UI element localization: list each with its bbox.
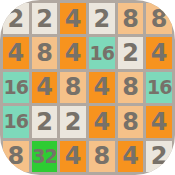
tile: 16 xyxy=(146,72,172,103)
tile: 4 xyxy=(60,37,86,68)
tile: 16 xyxy=(89,37,115,68)
tile: 8 xyxy=(146,3,172,34)
app-icon-2048[interactable]: 22428848416241648481616224848324842 xyxy=(0,0,175,175)
tile: 4 xyxy=(89,72,115,103)
tile: 2 xyxy=(32,3,58,34)
tile: 4 xyxy=(118,141,144,172)
tile: 4 xyxy=(146,37,172,68)
tile: 16 xyxy=(3,106,29,137)
tile: 4 xyxy=(146,106,172,137)
tile: 4 xyxy=(60,3,86,34)
tile: 8 xyxy=(118,72,144,103)
tile: 8 xyxy=(3,141,29,172)
tile: 4 xyxy=(32,72,58,103)
tile: 4 xyxy=(89,106,115,137)
tile: 8 xyxy=(89,141,115,172)
game-board: 22428848416241648481616224848324842 xyxy=(0,0,175,175)
tile: 2 xyxy=(118,37,144,68)
tile: 8 xyxy=(60,72,86,103)
tile: 32 xyxy=(32,141,58,172)
tile: 8 xyxy=(118,3,144,34)
tile: 2 xyxy=(89,3,115,34)
tile: 2 xyxy=(3,3,29,34)
tile: 2 xyxy=(60,106,86,137)
tile: 2 xyxy=(32,106,58,137)
tile: 4 xyxy=(3,37,29,68)
tile: 8 xyxy=(118,106,144,137)
tile: 16 xyxy=(3,72,29,103)
tile: 8 xyxy=(32,37,58,68)
tile: 4 xyxy=(60,141,86,172)
tile: 2 xyxy=(146,141,172,172)
